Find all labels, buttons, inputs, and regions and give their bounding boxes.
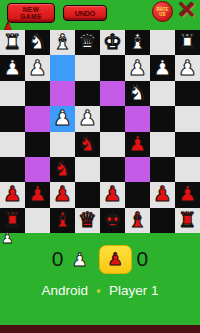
- square-a4[interactable]: [0, 132, 25, 157]
- square-c2[interactable]: ♟: [50, 182, 75, 207]
- square-g6[interactable]: [150, 81, 175, 106]
- square-c6[interactable]: [50, 81, 75, 106]
- square-f8[interactable]: ♝: [125, 30, 150, 55]
- white-pawn-g7: ♟: [153, 58, 172, 79]
- red-pawn-h2: ♟: [178, 184, 197, 205]
- red-pawn-g2: ♟: [153, 184, 172, 205]
- red-pawn-icon: ♟: [107, 251, 122, 268]
- red-bishop-f1: ♝: [128, 210, 147, 231]
- square-b6[interactable]: [25, 81, 50, 106]
- white-bishop-c8: ♝: [53, 32, 72, 53]
- square-e6[interactable]: [100, 81, 125, 106]
- square-h4[interactable]: [175, 132, 200, 157]
- new-game-button[interactable]: NEW GAME: [7, 3, 55, 23]
- red-king-e1: ♚: [103, 210, 122, 231]
- right-player-name: Player 1: [109, 283, 159, 298]
- turn-indicator[interactable]: ♟: [99, 245, 132, 274]
- red-rook-a1: ♜: [3, 210, 22, 231]
- square-a2[interactable]: ♟: [0, 182, 25, 207]
- white-rook-h8: ♜: [178, 32, 197, 53]
- square-e3[interactable]: [100, 157, 125, 182]
- separator-dot: •: [96, 286, 101, 296]
- square-f3[interactable]: [125, 157, 150, 182]
- square-h5[interactable]: [175, 106, 200, 131]
- square-g4[interactable]: [150, 132, 175, 157]
- square-d8[interactable]: ♛: [75, 30, 100, 55]
- white-knight-f6: ♞: [128, 83, 147, 104]
- chess-app: NEW GAME UNDO RATE US ✕ ♟ ♜♞♝♛♚♝♜♟♟♟♟♟♞♟…: [0, 0, 200, 333]
- square-b1[interactable]: [25, 208, 50, 233]
- square-a3[interactable]: [0, 157, 25, 182]
- square-e2[interactable]: ♟: [100, 182, 125, 207]
- square-a6[interactable]: [0, 81, 25, 106]
- player-names: Android • Player 1: [0, 283, 200, 298]
- square-c1[interactable]: ♝: [50, 208, 75, 233]
- white-king-e8: ♚: [103, 32, 122, 53]
- square-c8[interactable]: ♝: [50, 30, 75, 55]
- square-e7[interactable]: [100, 55, 125, 80]
- white-pawn-icon: ♟: [71, 249, 87, 270]
- red-pawn-a2: ♟: [3, 184, 22, 205]
- white-rook-a8: ♜: [3, 32, 22, 53]
- left-player-name: Android: [42, 283, 89, 298]
- new-game-label-line1: NEW: [23, 6, 40, 14]
- square-b7[interactable]: ♟: [25, 55, 50, 80]
- square-c3[interactable]: ♞: [50, 157, 75, 182]
- square-h2[interactable]: ♟: [175, 182, 200, 207]
- square-d1[interactable]: ♛: [75, 208, 100, 233]
- square-g1[interactable]: [150, 208, 175, 233]
- square-h1[interactable]: ♜: [175, 208, 200, 233]
- square-a7[interactable]: ♟: [0, 55, 25, 80]
- square-g3[interactable]: [150, 157, 175, 182]
- square-d4[interactable]: ♞: [75, 132, 100, 157]
- toolbar: NEW GAME UNDO RATE US ✕ ♟: [0, 0, 200, 30]
- white-pawn-a7: ♟: [3, 58, 22, 79]
- score-panel: ♟ 0 ♟ ♟ 0 Android • Player 1: [0, 233, 200, 325]
- square-h3[interactable]: [175, 157, 200, 182]
- red-bishop-c1: ♝: [53, 210, 72, 231]
- bottom-ad-bar: [0, 325, 200, 333]
- square-e5[interactable]: [100, 106, 125, 131]
- new-game-label-line2: GAME: [20, 13, 42, 21]
- white-queen-d8: ♛: [78, 32, 97, 53]
- square-f4[interactable]: ♟: [125, 132, 150, 157]
- square-g2[interactable]: ♟: [150, 182, 175, 207]
- square-c7[interactable]: [50, 55, 75, 80]
- square-b2[interactable]: ♟: [25, 182, 50, 207]
- square-c4[interactable]: [50, 132, 75, 157]
- square-b3[interactable]: [25, 157, 50, 182]
- square-h8[interactable]: ♜: [175, 30, 200, 55]
- red-rook-h1: ♜: [178, 210, 197, 231]
- rate-us-button[interactable]: RATE US: [152, 1, 173, 22]
- square-f2[interactable]: [125, 182, 150, 207]
- white-pawn-c5: ♟: [53, 108, 72, 129]
- close-icon[interactable]: ✕: [176, 0, 198, 22]
- square-d7[interactable]: [75, 55, 100, 80]
- square-g8[interactable]: [150, 30, 175, 55]
- square-f7[interactable]: ♟: [125, 55, 150, 80]
- white-pawn-d5: ♟: [78, 108, 97, 129]
- white-pawn-h7: ♟: [178, 58, 197, 79]
- square-d5[interactable]: ♟: [75, 106, 100, 131]
- square-h7[interactable]: ♟: [175, 55, 200, 80]
- square-e4[interactable]: [100, 132, 125, 157]
- white-pawn-b7: ♟: [28, 58, 47, 79]
- red-pawn-e2: ♟: [103, 184, 122, 205]
- square-f1[interactable]: ♝: [125, 208, 150, 233]
- white-pawn-f7: ♟: [128, 58, 147, 79]
- red-pawn-f4: ♟: [128, 134, 147, 155]
- score-row: 0 ♟ ♟ 0: [0, 243, 200, 275]
- rate-label-line2: US: [159, 12, 165, 17]
- red-pawn-b2: ♟: [28, 184, 47, 205]
- left-score: 0: [52, 247, 64, 271]
- square-g7[interactable]: ♟: [150, 55, 175, 80]
- red-knight-d4: ♞: [78, 134, 97, 155]
- square-e1[interactable]: ♚: [100, 208, 125, 233]
- undo-button[interactable]: UNDO: [63, 5, 107, 21]
- red-pawn-c2: ♟: [53, 184, 72, 205]
- square-f6[interactable]: ♞: [125, 81, 150, 106]
- chess-board: ♜♞♝♛♚♝♜♟♟♟♟♟♞♟♟♞♟♞♟♟♟♟♟♟♜♝♛♚♝♜: [0, 30, 200, 233]
- square-e8[interactable]: ♚: [100, 30, 125, 55]
- red-queen-d1: ♛: [78, 210, 97, 231]
- red-knight-c3: ♞: [53, 159, 72, 180]
- square-g5[interactable]: [150, 106, 175, 131]
- white-knight-b8: ♞: [28, 32, 47, 53]
- right-score: 0: [137, 247, 149, 271]
- square-f5[interactable]: [125, 106, 150, 131]
- square-d6[interactable]: [75, 81, 100, 106]
- square-d3[interactable]: [75, 157, 100, 182]
- white-bishop-f8: ♝: [128, 32, 147, 53]
- square-c5[interactable]: ♟: [50, 106, 75, 131]
- square-b4[interactable]: [25, 132, 50, 157]
- square-h6[interactable]: [175, 81, 200, 106]
- square-b8[interactable]: ♞: [25, 30, 50, 55]
- undo-label: UNDO: [75, 10, 96, 17]
- square-a5[interactable]: [0, 106, 25, 131]
- square-a8[interactable]: ♜: [0, 30, 25, 55]
- square-d2[interactable]: [75, 182, 100, 207]
- square-b5[interactable]: [25, 106, 50, 131]
